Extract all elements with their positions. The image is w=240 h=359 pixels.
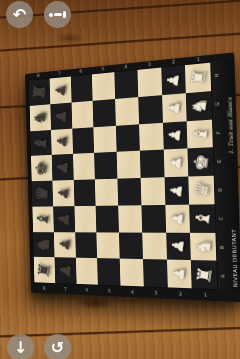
square-g3[interactable] xyxy=(138,95,162,124)
piece-black-bishop[interactable]: ♝ xyxy=(34,210,51,229)
square-c1[interactable]: ♝ xyxy=(189,204,215,232)
rank-label: 7 xyxy=(54,284,76,295)
square-d5[interactable] xyxy=(95,179,118,206)
square-c5[interactable] xyxy=(96,205,119,232)
piece-black-knight[interactable]: ♞ xyxy=(32,109,49,127)
square-d2[interactable]: ♟ xyxy=(164,176,189,204)
key-button[interactable] xyxy=(44,1,71,28)
board-scene: 87654321 ♜♟♟♜♞♟♟♞♝♟♟♝♚♟♟♚♛♟♟♛♝♟♟♝♞♟♟♞♜♟♟… xyxy=(0,0,240,359)
square-d7[interactable]: ♟ xyxy=(52,180,74,206)
square-d1[interactable]: ♛ xyxy=(189,176,215,205)
piece-white-pawn[interactable]: ♟ xyxy=(168,182,185,199)
square-f3[interactable] xyxy=(139,122,163,151)
piece-white-pawn[interactable]: ♟ xyxy=(169,210,186,227)
square-f8[interactable]: ♝ xyxy=(30,130,51,156)
square-g5[interactable] xyxy=(93,99,116,127)
piece-black-pawn[interactable]: ♟ xyxy=(55,160,70,176)
piece-white-knight[interactable]: ♞ xyxy=(188,96,209,115)
square-c7[interactable]: ♟ xyxy=(53,206,75,232)
rank-label: 1 xyxy=(193,289,219,301)
piece-black-pawn[interactable]: ♟ xyxy=(53,108,68,123)
square-b8[interactable]: ♞ xyxy=(33,232,54,258)
square-e5[interactable] xyxy=(94,152,117,179)
piece-white-pawn[interactable]: ♟ xyxy=(166,127,183,144)
square-f6[interactable] xyxy=(72,127,94,154)
piece-black-king[interactable]: ♚ xyxy=(33,159,50,177)
piece-white-bishop[interactable]: ♝ xyxy=(192,208,213,229)
square-g2[interactable]: ♟ xyxy=(162,93,187,122)
square-b6[interactable] xyxy=(75,232,98,258)
square-h2[interactable]: ♟ xyxy=(161,65,186,95)
square-h3[interactable] xyxy=(137,68,161,97)
square-a7[interactable]: ♟ xyxy=(54,257,76,283)
piece-black-pawn[interactable]: ♟ xyxy=(56,211,71,227)
square-a1[interactable]: ♜ xyxy=(191,260,217,289)
rank-label: 3 xyxy=(144,287,168,298)
square-a4[interactable] xyxy=(120,259,144,287)
square-c6[interactable] xyxy=(74,206,96,232)
square-a8[interactable]: ♜ xyxy=(34,257,55,283)
rotate-board-button[interactable]: ↺ xyxy=(44,334,71,359)
piece-black-queen[interactable]: ♛ xyxy=(34,184,51,202)
undo-button[interactable]: ↶ xyxy=(6,1,33,28)
rank-label: 6 xyxy=(76,285,98,296)
piece-white-rook[interactable]: ♜ xyxy=(194,264,215,285)
piece-white-pawn[interactable]: ♟ xyxy=(165,72,182,88)
square-g1[interactable]: ♞ xyxy=(186,91,212,121)
square-f4[interactable] xyxy=(116,124,140,152)
move-indicator-text: 1. Trait aux Blancs xyxy=(226,97,235,154)
piece-white-rook[interactable]: ♜ xyxy=(188,68,209,87)
square-d3[interactable] xyxy=(140,177,165,205)
square-h4[interactable] xyxy=(114,70,138,99)
square-h8[interactable]: ♜ xyxy=(29,79,50,106)
piece-black-pawn[interactable]: ♟ xyxy=(54,134,69,149)
piece-white-knight[interactable]: ♞ xyxy=(193,236,214,257)
down-arrow-icon: ↓ xyxy=(14,340,27,356)
square-b3[interactable] xyxy=(142,232,167,260)
move-down-button[interactable]: ↓ xyxy=(7,334,34,359)
piece-white-pawn[interactable]: ♟ xyxy=(166,100,183,116)
app-screen: 87654321 ♜♟♟♜♞♟♟♞♝♟♟♝♚♟♟♚♛♟♟♛♝♟♟♝♞♟♟♞♜♟♟… xyxy=(0,0,240,359)
square-h7[interactable]: ♟ xyxy=(49,77,71,105)
piece-black-rook[interactable]: ♜ xyxy=(36,260,53,279)
piece-white-pawn[interactable]: ♟ xyxy=(170,265,187,283)
square-e1[interactable]: ♚ xyxy=(188,147,214,176)
square-g6[interactable] xyxy=(71,101,93,129)
undo-arrow-icon: ↶ xyxy=(13,7,26,23)
square-c3[interactable] xyxy=(141,205,166,233)
square-f7[interactable]: ♟ xyxy=(51,128,73,155)
square-e6[interactable] xyxy=(73,153,95,180)
square-d4[interactable] xyxy=(117,178,141,205)
chess-board: 87654321 ♜♟♟♜♞♟♟♞♝♟♟♝♚♟♟♚♛♟♟♛♝♟♟♝♞♟♟♞♜♟♟… xyxy=(25,52,240,302)
level-text: NIVEAU DEBUTANT xyxy=(231,229,239,287)
square-a5[interactable] xyxy=(97,258,120,285)
rank-label: 5 xyxy=(98,286,121,297)
square-b5[interactable] xyxy=(97,232,120,259)
square-e4[interactable] xyxy=(117,151,141,179)
square-b4[interactable] xyxy=(119,232,143,259)
rank-label: 4 xyxy=(120,286,144,297)
piece-black-rook[interactable]: ♜ xyxy=(31,84,48,101)
piece-white-pawn[interactable]: ♟ xyxy=(167,155,184,172)
square-h1[interactable]: ♜ xyxy=(185,63,211,93)
square-b2[interactable]: ♟ xyxy=(166,232,191,260)
rotate-icon: ↺ xyxy=(51,340,64,356)
piece-black-pawn[interactable]: ♟ xyxy=(57,237,72,253)
square-a6[interactable] xyxy=(76,258,99,285)
piece-black-pawn[interactable]: ♟ xyxy=(56,185,71,201)
piece-white-pawn[interactable]: ♟ xyxy=(170,237,187,255)
piece-white-king[interactable]: ♚ xyxy=(190,152,211,172)
square-d8[interactable]: ♛ xyxy=(32,181,53,207)
key-icon xyxy=(49,11,66,18)
rank-label: 8 xyxy=(34,283,55,294)
square-f5[interactable] xyxy=(94,125,117,153)
square-c4[interactable] xyxy=(118,205,142,232)
square-d6[interactable] xyxy=(73,179,95,206)
piece-black-bishop[interactable]: ♝ xyxy=(32,134,49,152)
square-f1[interactable]: ♝ xyxy=(187,119,213,148)
square-e3[interactable] xyxy=(140,150,164,178)
piece-white-queen[interactable]: ♛ xyxy=(191,180,212,200)
square-e2[interactable]: ♟ xyxy=(163,149,188,178)
rank-label: 2 xyxy=(168,288,193,300)
square-e8[interactable]: ♚ xyxy=(31,155,52,181)
square-b7[interactable]: ♟ xyxy=(54,232,76,258)
piece-black-pawn[interactable]: ♟ xyxy=(53,83,68,98)
piece-white-bishop[interactable]: ♝ xyxy=(189,124,210,144)
square-b1[interactable]: ♞ xyxy=(190,232,216,260)
board-grid: ♜♟♟♜♞♟♟♞♝♟♟♝♚♟♟♚♛♟♟♛♝♟♟♝♞♟♟♞♜♟♟♜ xyxy=(28,62,218,291)
piece-black-knight[interactable]: ♞ xyxy=(35,235,52,254)
square-h6[interactable] xyxy=(70,74,92,102)
square-f2[interactable]: ♟ xyxy=(162,121,187,150)
square-a3[interactable] xyxy=(143,259,168,287)
square-c8[interactable]: ♝ xyxy=(32,206,53,232)
square-a2[interactable]: ♟ xyxy=(167,260,192,289)
square-e7[interactable]: ♟ xyxy=(52,154,74,181)
square-g4[interactable] xyxy=(115,97,139,125)
square-c2[interactable]: ♟ xyxy=(165,204,190,232)
square-g7[interactable]: ♟ xyxy=(50,102,72,129)
square-h5[interactable] xyxy=(92,72,115,100)
square-g8[interactable]: ♞ xyxy=(30,104,51,131)
piece-black-pawn[interactable]: ♟ xyxy=(58,262,73,278)
